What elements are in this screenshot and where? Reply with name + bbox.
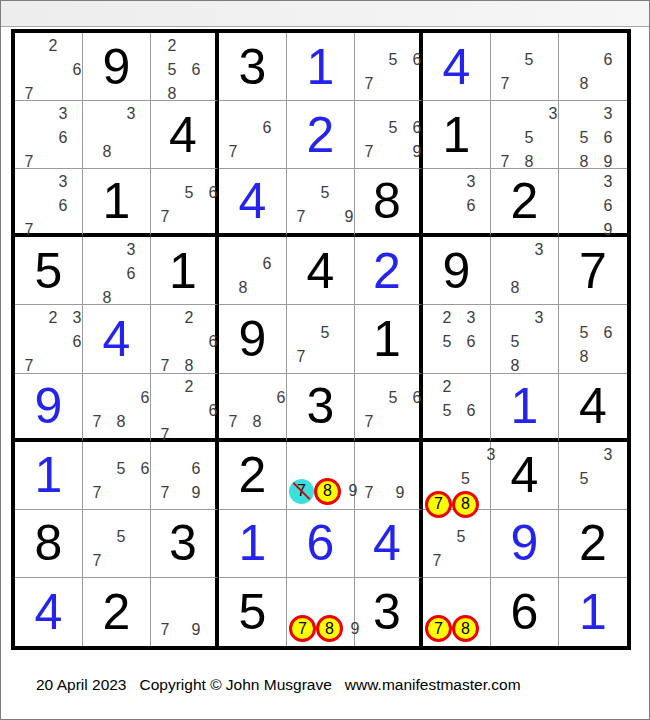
candidate-digit: 7: [221, 410, 245, 434]
candidate-grid: 679: [153, 443, 208, 505]
cell-r4c5[interactable]: 4: [287, 237, 355, 305]
candidate-grid: 789: [289, 443, 347, 505]
candidate-grid: 367: [17, 102, 75, 164]
candidate-digit: 3: [596, 102, 620, 126]
candidate-grid: 567: [85, 443, 143, 505]
candidate-digit: 2: [435, 306, 459, 330]
cell-r3c4[interactable]: 4: [219, 169, 287, 237]
cell-r3c7[interactable]: 36: [423, 169, 491, 237]
given-digit: 2: [511, 176, 539, 226]
candidate-grid: 678: [221, 375, 279, 434]
given-digit: 8: [373, 176, 401, 226]
candidate-digit: 2: [177, 375, 201, 399]
cell-r5c8[interactable]: 358: [491, 305, 559, 373]
given-digit: 9: [103, 42, 131, 92]
candidate-grid: 368: [85, 238, 143, 300]
candidate-digit: 6: [119, 262, 143, 286]
candidate-digit: 6: [201, 330, 225, 354]
cell-r2c4[interactable]: 67: [219, 101, 287, 169]
candidate-digit: 7: [357, 410, 381, 434]
footer-website: www.manifestmaster.com: [345, 676, 521, 694]
cell-r8c8[interactable]: 9: [491, 510, 559, 578]
cell-r2c2[interactable]: 38: [83, 101, 151, 169]
cell-r6c2[interactable]: 678: [83, 374, 151, 442]
candidate-digit: 6: [51, 126, 75, 150]
candidate-digit: 7: [493, 72, 517, 96]
candidate-digit: 8: [95, 140, 119, 164]
candidate-grid: 678: [85, 375, 143, 434]
candidate-highlighted: 8: [314, 478, 341, 505]
candidate-grid: 267: [17, 34, 75, 96]
candidate-grid: 789: [289, 579, 347, 642]
cell-r7c2[interactable]: 567: [83, 442, 151, 510]
candidate-digit: 6: [184, 58, 208, 82]
given-digit: 2: [239, 450, 267, 500]
candidate-digit: 7: [17, 82, 41, 106]
entered-digit: 4: [239, 176, 267, 226]
cell-r3c2[interactable]: 1: [83, 169, 151, 237]
candidate-digit: 7: [357, 72, 381, 96]
candidate-digit: 6: [405, 386, 429, 410]
given-digit: 1: [373, 314, 401, 364]
cell-r6c3[interactable]: 267: [151, 374, 219, 442]
candidate-digit: 7: [357, 481, 381, 505]
candidate-grid: 256: [425, 375, 483, 434]
candidate-digit: 3: [119, 102, 143, 126]
candidate-digit: 5: [454, 467, 478, 491]
candidate-digit: 7: [289, 205, 313, 229]
candidate-highlighted: 8: [452, 491, 479, 518]
given-digit: 2: [579, 518, 607, 568]
cell-r6c9[interactable]: 4: [559, 374, 627, 442]
cell-r9c1[interactable]: 4: [15, 578, 83, 646]
cell-r9c2[interactable]: 2: [83, 578, 151, 646]
cell-r8c9[interactable]: 2: [559, 510, 627, 578]
candidate-grid: 5679: [357, 102, 412, 164]
candidate-digit: 3: [596, 443, 620, 467]
entered-digit: 9: [35, 381, 63, 431]
given-digit: 9: [443, 246, 471, 296]
cell-r1c8[interactable]: 57: [491, 33, 559, 101]
candidate-digit: 7: [85, 481, 109, 505]
given-digit: 4: [579, 381, 607, 431]
cell-r1c3[interactable]: 2568: [151, 33, 219, 101]
given-digit: 4: [307, 246, 335, 296]
cell-r3c6[interactable]: 8: [355, 169, 423, 237]
cell-r7c4[interactable]: 2: [219, 442, 287, 510]
candidate-grid: 38: [493, 238, 551, 300]
cell-r1c6[interactable]: 567: [355, 33, 423, 101]
cell-r7c1[interactable]: 1: [15, 442, 83, 510]
candidate-digit: 7: [85, 410, 109, 434]
cell-r7c9[interactable]: 35: [559, 442, 627, 510]
cell-r9c8[interactable]: 6: [491, 578, 559, 646]
candidate-digit: 6: [459, 399, 483, 423]
candidate-digit: 6: [459, 194, 483, 218]
candidate-digit: 8: [231, 276, 255, 300]
candidate-digit: 6: [255, 116, 279, 140]
cell-r8c4[interactable]: 1: [219, 510, 287, 578]
candidate-digit: 5: [109, 457, 133, 481]
cell-r4c1[interactable]: 5: [15, 237, 83, 305]
cell-r7c3[interactable]: 679: [151, 442, 219, 510]
entered-digit: 4: [103, 314, 131, 364]
candidate-digit: 7: [221, 140, 245, 164]
given-digit: 3: [307, 381, 335, 431]
cell-r3c8[interactable]: 2: [491, 169, 559, 237]
given-digit: 5: [239, 587, 267, 637]
candidate-digit: 7: [17, 150, 41, 174]
candidate-digit: 6: [596, 126, 620, 150]
candidate-digit: 5: [160, 58, 184, 82]
candidate-digit: 8: [572, 345, 596, 369]
given-digit: 5: [35, 246, 63, 296]
cell-r9c5[interactable]: 789: [287, 578, 355, 646]
cell-r8c5[interactable]: 6: [287, 510, 355, 578]
candidate-digit: 5: [517, 126, 541, 150]
cell-r2c8[interactable]: 3578: [491, 101, 559, 169]
candidate-grid: 567: [153, 170, 208, 229]
cell-r6c4[interactable]: 678: [219, 374, 287, 442]
candidate-digit: 6: [405, 48, 429, 72]
cell-r8c3[interactable]: 3: [151, 510, 219, 578]
given-digit: 4: [169, 110, 197, 160]
candidate-eliminated: 7: [289, 479, 314, 504]
entered-digit: 4: [35, 587, 63, 637]
candidate-grid: 567: [357, 375, 412, 434]
entered-digit: 1: [307, 42, 335, 92]
candidate-digit: 3: [119, 238, 143, 262]
candidate-digit: 6: [133, 457, 157, 481]
cell-r7c7[interactable]: 3578: [423, 442, 491, 510]
cell-r7c6[interactable]: 79: [355, 442, 423, 510]
cell-r1c5[interactable]: 1: [287, 33, 355, 101]
candidate-digit: 9: [184, 618, 208, 642]
given-digit: 4: [511, 450, 539, 500]
entered-digit: 2: [373, 246, 401, 296]
candidate-digit: 6: [596, 194, 620, 218]
candidate-digit: 5: [381, 48, 405, 72]
cell-r5c6[interactable]: 1: [355, 305, 423, 373]
candidate-digit: 3: [527, 238, 551, 262]
candidate-digit: 3: [459, 170, 483, 194]
candidate-digit: 7: [153, 205, 177, 229]
candidate-highlighted: 8: [452, 615, 479, 642]
cell-r6c5[interactable]: 3: [287, 374, 355, 442]
candidate-digit: 5: [435, 399, 459, 423]
candidate-digit: 3: [51, 102, 75, 126]
cell-r2c6[interactable]: 5679: [355, 101, 423, 169]
cell-r6c8[interactable]: 1: [491, 374, 559, 442]
candidate-digit: 8: [109, 410, 133, 434]
candidate-digit: 5: [572, 126, 596, 150]
cell-r3c5[interactable]: 579: [287, 169, 355, 237]
cell-r4c4[interactable]: 68: [219, 237, 287, 305]
cell-r6c1[interactable]: 9: [15, 374, 83, 442]
candidate-digit: 5: [517, 48, 541, 72]
candidate-grid: 2678: [153, 306, 208, 368]
candidate-digit: 7: [153, 354, 177, 378]
cell-r6c6[interactable]: 567: [355, 374, 423, 442]
candidate-digit: 9: [184, 481, 208, 505]
cell-r2c9[interactable]: 35689: [559, 101, 627, 169]
cell-r2c5[interactable]: 2: [287, 101, 355, 169]
cell-r5c4[interactable]: 9: [219, 305, 287, 373]
candidate-digit: 3: [51, 170, 75, 194]
candidate-digit: 3: [65, 306, 89, 330]
candidate-grid: 57: [289, 306, 347, 368]
candidate-grid: 57: [493, 34, 551, 96]
candidate-highlighted: 7: [425, 615, 452, 642]
cell-r4c3[interactable]: 1: [151, 237, 219, 305]
candidate-digit: 6: [51, 194, 75, 218]
given-digit: 1: [443, 110, 471, 160]
cell-r8c7[interactable]: 57: [423, 510, 491, 578]
candidate-digit: 6: [201, 181, 225, 205]
cell-r9c9[interactable]: 1: [559, 578, 627, 646]
cell-r5c2[interactable]: 4: [83, 305, 151, 373]
candidate-grid: 369: [561, 170, 620, 229]
candidate-digit: 6: [255, 252, 279, 276]
entered-digit: 1: [511, 381, 539, 431]
candidate-grid: 79: [153, 579, 208, 642]
candidate-grid: 78: [425, 579, 483, 642]
entered-digit: 4: [443, 42, 471, 92]
candidate-digit: 6: [596, 321, 620, 345]
candidate-digit: 2: [435, 375, 459, 399]
entered-digit: 2: [307, 110, 335, 160]
candidate-grid: 67: [221, 102, 279, 164]
candidate-digit: 7: [425, 549, 449, 573]
cell-r4c2[interactable]: 368: [83, 237, 151, 305]
entered-digit: 1: [35, 450, 63, 500]
candidate-grid: 35689: [561, 102, 620, 164]
cell-r5c1[interactable]: 2367: [15, 305, 83, 373]
candidate-highlighted: 7: [425, 491, 452, 518]
candidate-digit: 6: [65, 330, 89, 354]
cell-r8c1[interactable]: 8: [15, 510, 83, 578]
given-digit: 6: [511, 587, 539, 637]
candidate-grid: 38: [85, 102, 143, 164]
entered-digit: 6: [307, 518, 335, 568]
cell-r4c9[interactable]: 7: [559, 237, 627, 305]
cell-r8c6[interactable]: 4: [355, 510, 423, 578]
candidate-grid: 79: [357, 443, 412, 505]
candidate-digit: 5: [381, 116, 405, 140]
candidate-digit: 2: [160, 34, 184, 58]
candidate-digit: 5: [503, 330, 527, 354]
candidate-digit: 9: [388, 481, 412, 505]
cell-r4c6[interactable]: 2: [355, 237, 423, 305]
candidate-digit: 9: [405, 140, 429, 164]
entered-digit: 1: [579, 587, 607, 637]
cell-r1c1[interactable]: 267: [15, 33, 83, 101]
cell-r5c7[interactable]: 2356: [423, 305, 491, 373]
candidate-digit: 2: [41, 34, 65, 58]
window-chrome-strip: [1, 1, 649, 27]
cell-r5c9[interactable]: 568: [559, 305, 627, 373]
candidate-digit: 9: [596, 218, 620, 242]
candidate-digit: 7: [493, 150, 517, 174]
given-digit: 3: [169, 518, 197, 568]
candidate-digit: 7: [153, 423, 177, 447]
cell-r5c5[interactable]: 57: [287, 305, 355, 373]
cell-r5c3[interactable]: 2678: [151, 305, 219, 373]
candidate-digit: 2: [41, 306, 65, 330]
candidate-digit: 5: [177, 181, 201, 205]
candidate-digit: 8: [517, 150, 541, 174]
candidate-digit: 9: [343, 617, 367, 641]
candidate-highlighted: 7: [289, 615, 316, 642]
cell-r9c3[interactable]: 79: [151, 578, 219, 646]
cell-r4c8[interactable]: 38: [491, 237, 559, 305]
candidate-digit: 8: [503, 354, 527, 378]
candidate-digit: 7: [85, 549, 109, 573]
candidate-grid: 2356: [425, 306, 483, 368]
candidate-digit: 6: [596, 48, 620, 72]
footer-date: 20 April 2023: [36, 676, 127, 694]
candidate-digit: 8: [503, 276, 527, 300]
given-digit: 3: [373, 587, 401, 637]
cell-r8c2[interactable]: 57: [83, 510, 151, 578]
cell-r3c3[interactable]: 567: [151, 169, 219, 237]
candidate-digit: 5: [435, 330, 459, 354]
candidate-digit: 8: [95, 286, 119, 310]
candidate-digit: 3: [541, 102, 565, 126]
cell-r9c7[interactable]: 78: [423, 578, 491, 646]
candidate-digit: 3: [479, 443, 503, 467]
candidate-digit: 3: [459, 306, 483, 330]
given-digit: 3: [239, 42, 267, 92]
entered-digit: 9: [511, 518, 539, 568]
candidate-grid: 68: [561, 34, 620, 96]
given-digit: 7: [579, 246, 607, 296]
candidate-digit: 5: [572, 467, 596, 491]
candidate-grid: 367: [17, 170, 75, 229]
cell-r1c7[interactable]: 4: [423, 33, 491, 101]
cell-r3c1[interactable]: 367: [15, 169, 83, 237]
candidate-digit: 7: [153, 481, 177, 505]
candidate-digit: 5: [572, 321, 596, 345]
cell-r1c4[interactable]: 3: [219, 33, 287, 101]
candidate-grid: 2568: [153, 34, 208, 96]
given-digit: 1: [169, 246, 197, 296]
cell-r1c9[interactable]: 68: [559, 33, 627, 101]
entered-digit: 4: [373, 518, 401, 568]
candidate-digit: 3: [596, 170, 620, 194]
candidate-grid: 57: [425, 511, 483, 573]
cell-r4c7[interactable]: 9: [423, 237, 491, 305]
footer: 20 April 2023 Copyright © John Musgrave …: [36, 676, 521, 694]
candidate-digit: 6: [459, 330, 483, 354]
candidate-grid: 57: [85, 511, 143, 573]
candidate-digit: 5: [449, 525, 473, 549]
given-digit: 2: [103, 587, 131, 637]
given-digit: 8: [35, 518, 63, 568]
cell-r2c7[interactable]: 1: [423, 101, 491, 169]
candidate-digit: 8: [160, 82, 184, 106]
candidate-digit: 8: [245, 410, 269, 434]
given-digit: 9: [239, 314, 267, 364]
candidate-digit: 6: [405, 116, 429, 140]
candidate-digit: 5: [313, 181, 337, 205]
cell-r9c4[interactable]: 5: [219, 578, 287, 646]
cell-r2c3[interactable]: 4: [151, 101, 219, 169]
footer-copyright: Copyright © John Musgrave: [140, 676, 332, 694]
cell-r3c9[interactable]: 369: [559, 169, 627, 237]
cell-r2c1[interactable]: 367: [15, 101, 83, 169]
candidate-grid: 3578: [493, 102, 551, 164]
candidate-digit: 7: [153, 618, 177, 642]
candidate-grid: 579: [289, 170, 347, 229]
candidate-digit: 8: [572, 150, 596, 174]
candidate-digit: 5: [109, 525, 133, 549]
candidate-digit: 7: [357, 140, 381, 164]
given-digit: 1: [103, 176, 131, 226]
entered-digit: 1: [239, 518, 267, 568]
candidate-grid: 568: [561, 306, 620, 368]
candidate-digit: 5: [381, 386, 405, 410]
cell-r1c2[interactable]: 9: [83, 33, 151, 101]
candidate-grid: 36: [425, 170, 483, 229]
candidate-grid: 35: [561, 443, 620, 505]
candidate-grid: 267: [153, 375, 208, 434]
candidate-digit: 5: [313, 321, 337, 345]
cell-r6c7[interactable]: 256: [423, 374, 491, 442]
candidate-digit: 6: [184, 457, 208, 481]
candidate-digit: 6: [133, 386, 157, 410]
candidate-digit: 8: [572, 72, 596, 96]
candidate-grid: 2367: [17, 306, 75, 368]
candidate-grid: 567: [357, 34, 412, 96]
candidate-grid: 68: [221, 238, 279, 300]
cell-r7c5[interactable]: 789: [287, 442, 355, 510]
candidate-digit: 7: [17, 354, 41, 378]
candidate-grid: 358: [493, 306, 551, 368]
candidate-digit: 3: [527, 306, 551, 330]
candidate-digit: 7: [17, 218, 41, 242]
candidate-digit: 6: [65, 58, 89, 82]
candidate-digit: 9: [337, 205, 361, 229]
sudoku-board: 2679256831567457683673846725679135783568…: [11, 29, 631, 650]
candidate-digit: 6: [269, 386, 293, 410]
candidate-grid: 3578: [425, 443, 483, 505]
candidate-highlighted: 8: [316, 615, 343, 642]
candidate-digit: 7: [289, 345, 313, 369]
candidate-digit: 2: [177, 306, 201, 330]
